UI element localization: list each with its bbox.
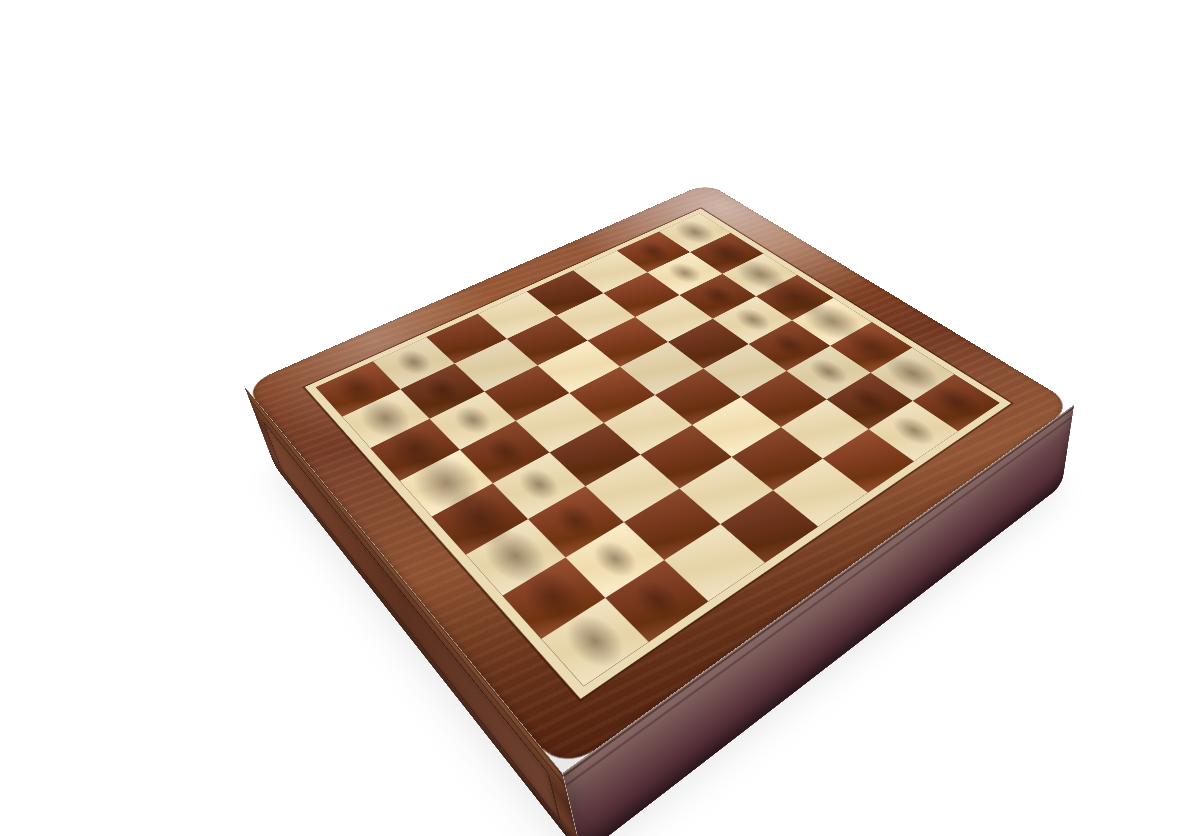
chess-box: ♜♞♝♚♛♝♞♜♟♟♟♟♟♟♟♟♟♟♟♟♟♟♟♟♜♞♝♚♛♝♞♜ — [244, 183, 1074, 773]
scene: ♜♞♝♚♛♝♞♜♟♟♟♟♟♟♟♟♟♟♟♟♟♟♟♟♜♞♝♚♛♝♞♜ — [0, 0, 1200, 836]
board-top: ♜♞♝♚♛♝♞♜♟♟♟♟♟♟♟♟♟♟♟♟♟♟♟♟♜♞♝♚♛♝♞♜ — [244, 183, 1074, 773]
pawn-icon: ♟ — [860, 318, 968, 438]
photo-canvas: ♜♞♝♚♛♝♞♜♟♟♟♟♟♟♟♟♟♟♟♟♟♟♟♟♜♞♝♚♛♝♞♜ — [0, 0, 1200, 836]
rook-icon: ♜ — [513, 470, 677, 653]
